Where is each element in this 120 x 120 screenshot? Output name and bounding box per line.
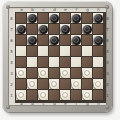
black-checker-e7[interactable] (61, 25, 70, 34)
black-checker-d6[interactable] (50, 36, 59, 45)
square-g2[interactable] (82, 79, 92, 89)
black-checker-b6[interactable] (28, 36, 37, 45)
white-checker-h2[interactable] (94, 80, 103, 89)
travel-checkers-set: abcdefgh 87654321 87654321 abcdefgh (0, 0, 120, 120)
square-d5[interactable] (49, 46, 59, 56)
square-f6[interactable] (71, 35, 81, 45)
square-e6[interactable] (60, 35, 70, 45)
rank-label: 2 (8, 79, 15, 90)
square-e1[interactable] (60, 90, 70, 100)
file-label: f (71, 101, 82, 106)
black-checker-a7[interactable] (17, 25, 26, 34)
square-a8[interactable] (16, 13, 26, 23)
square-f1[interactable] (71, 90, 81, 100)
file-label: g (82, 101, 93, 106)
square-b6[interactable] (27, 35, 37, 45)
white-checker-d2[interactable] (50, 80, 59, 89)
square-d3[interactable] (49, 68, 59, 78)
square-d8[interactable] (49, 13, 59, 23)
black-checker-d8[interactable] (50, 14, 59, 23)
square-c1[interactable] (38, 90, 48, 100)
square-h1[interactable] (93, 90, 103, 100)
square-f3[interactable] (71, 68, 81, 78)
rank-label: 7 (8, 24, 15, 35)
square-h6[interactable] (93, 35, 103, 45)
white-checker-f2[interactable] (72, 80, 81, 89)
square-g4[interactable] (82, 57, 92, 67)
square-h7[interactable] (93, 24, 103, 34)
rank-label: 3 (8, 68, 15, 79)
square-a1[interactable] (16, 90, 26, 100)
square-b4[interactable] (27, 57, 37, 67)
black-checker-h6[interactable] (94, 36, 103, 45)
white-checker-e3[interactable] (61, 69, 70, 78)
square-c2[interactable] (38, 79, 48, 89)
square-g7[interactable] (82, 24, 92, 34)
square-g3[interactable] (82, 68, 92, 78)
square-e5[interactable] (60, 46, 70, 56)
square-e8[interactable] (60, 13, 70, 23)
square-f5[interactable] (71, 46, 81, 56)
checkers-board (15, 12, 106, 103)
square-d4[interactable] (49, 57, 59, 67)
white-checker-a1[interactable] (17, 91, 26, 100)
square-a4[interactable] (16, 57, 26, 67)
square-c5[interactable] (38, 46, 48, 56)
square-a2[interactable] (16, 79, 26, 89)
white-checker-g3[interactable] (83, 69, 92, 78)
square-a3[interactable] (16, 68, 26, 78)
rank-label: 4 (8, 57, 15, 68)
square-d7[interactable] (49, 24, 59, 34)
rank-label: 6 (8, 35, 15, 46)
white-checker-c1[interactable] (39, 91, 48, 100)
black-checker-b8[interactable] (28, 14, 37, 23)
square-b2[interactable] (27, 79, 37, 89)
black-checker-h8[interactable] (94, 14, 103, 23)
square-f4[interactable] (71, 57, 81, 67)
black-checker-f8[interactable] (72, 14, 81, 23)
square-h2[interactable] (93, 79, 103, 89)
square-h3[interactable] (93, 68, 103, 78)
black-checker-c7[interactable] (39, 25, 48, 34)
square-b3[interactable] (27, 68, 37, 78)
square-c3[interactable] (38, 68, 48, 78)
square-c6[interactable] (38, 35, 48, 45)
white-checker-g1[interactable] (83, 91, 92, 100)
rank-label: 1 (8, 90, 15, 101)
file-label: d (49, 101, 60, 106)
square-e7[interactable] (60, 24, 70, 34)
square-f2[interactable] (71, 79, 81, 89)
square-g8[interactable] (82, 13, 92, 23)
square-e4[interactable] (60, 57, 70, 67)
square-d2[interactable] (49, 79, 59, 89)
white-checker-c3[interactable] (39, 69, 48, 78)
square-b1[interactable] (27, 90, 37, 100)
white-checker-a3[interactable] (17, 69, 26, 78)
square-a7[interactable] (16, 24, 26, 34)
white-checker-b2[interactable] (28, 80, 37, 89)
square-a6[interactable] (16, 35, 26, 45)
square-g6[interactable] (82, 35, 92, 45)
square-e2[interactable] (60, 79, 70, 89)
square-c4[interactable] (38, 57, 48, 67)
black-checker-g7[interactable] (83, 25, 92, 34)
metal-tray: abcdefgh 87654321 87654321 abcdefgh (3, 2, 112, 112)
white-checker-e1[interactable] (61, 91, 70, 100)
square-h4[interactable] (93, 57, 103, 67)
file-label: b (27, 101, 38, 106)
file-label: e (60, 101, 71, 106)
square-g1[interactable] (82, 90, 92, 100)
square-c8[interactable] (38, 13, 48, 23)
square-b7[interactable] (27, 24, 37, 34)
rank-label: 8 (8, 13, 15, 24)
coordinate-plate: abcdefgh 87654321 87654321 abcdefgh (8, 7, 107, 106)
square-e3[interactable] (60, 68, 70, 78)
square-h8[interactable] (93, 13, 103, 23)
file-labels-bottom: abcdefgh (16, 101, 104, 106)
square-d6[interactable] (49, 35, 59, 45)
file-label: h (93, 101, 104, 106)
rank-label: 5 (8, 46, 15, 57)
square-f8[interactable] (71, 13, 81, 23)
square-b8[interactable] (27, 13, 37, 23)
square-c7[interactable] (38, 24, 48, 34)
file-label: a (16, 101, 27, 106)
square-g5[interactable] (82, 46, 92, 56)
square-h5[interactable] (93, 46, 103, 56)
rank-labels-left: 87654321 (8, 13, 15, 101)
black-checker-f6[interactable] (72, 36, 81, 45)
square-d1[interactable] (49, 90, 59, 100)
file-label: c (38, 101, 49, 106)
square-a5[interactable] (16, 46, 26, 56)
square-b5[interactable] (27, 46, 37, 56)
square-f7[interactable] (71, 24, 81, 34)
